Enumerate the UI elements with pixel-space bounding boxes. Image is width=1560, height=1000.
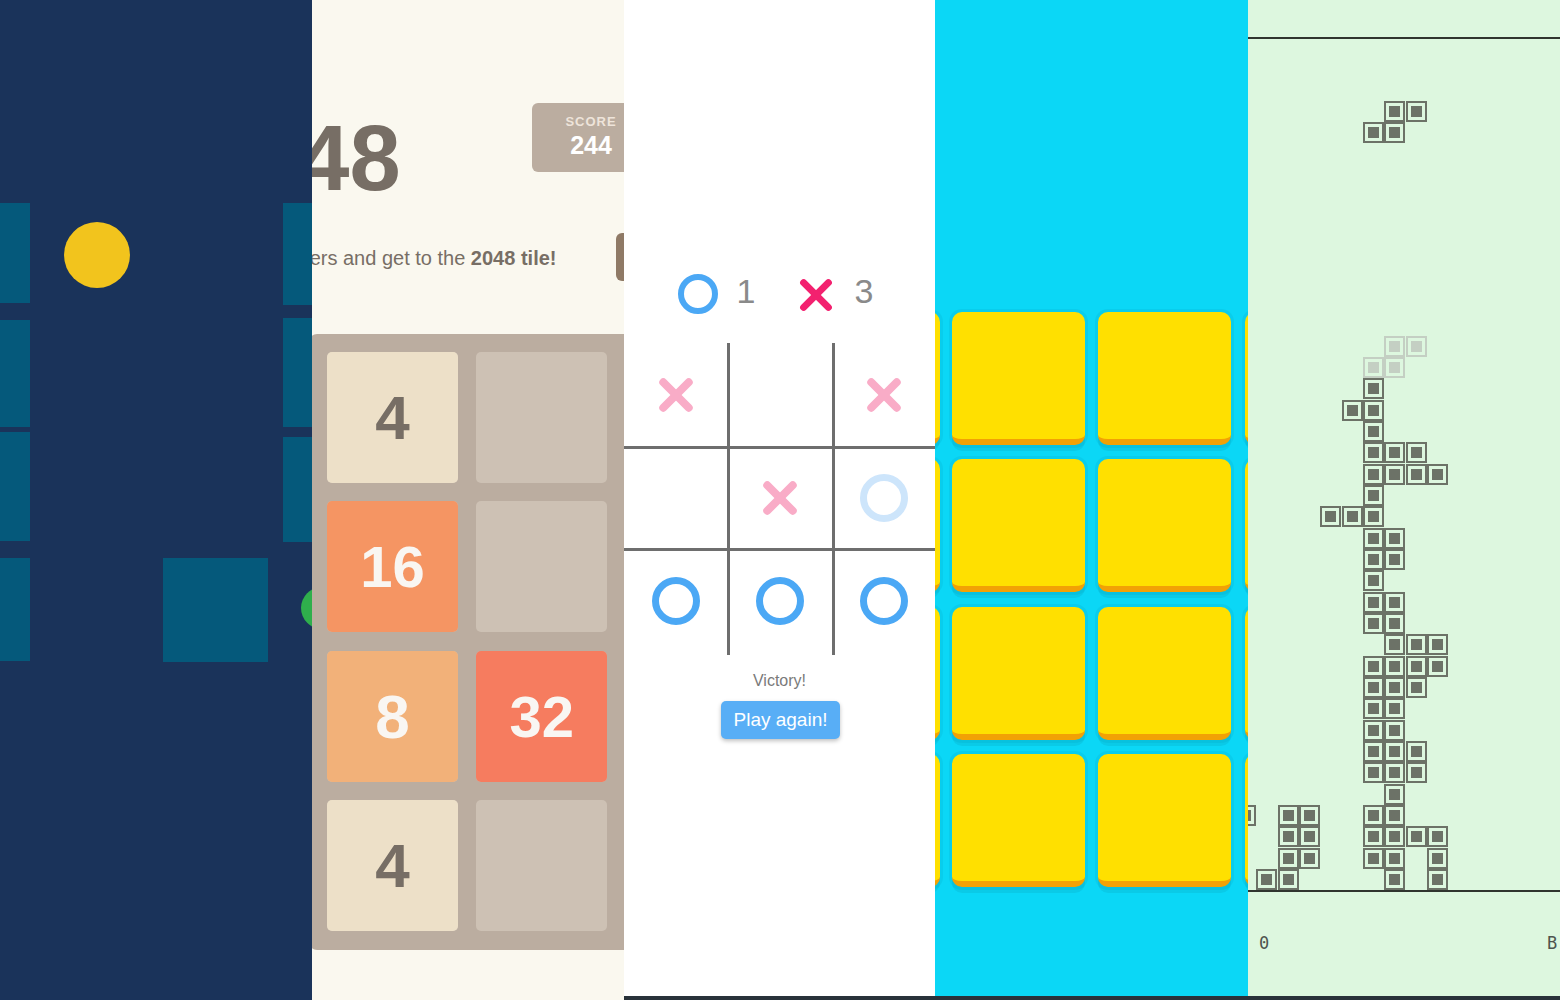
tetris-score: 0 — [1259, 933, 1269, 953]
stack-cell-23 — [1384, 613, 1405, 634]
card-r1c0[interactable] — [935, 459, 940, 592]
stack-cell-51 — [1299, 826, 1320, 847]
ghost-piece-cell-2 — [1363, 357, 1384, 378]
stack-cell-9 — [1406, 464, 1427, 485]
card-r3c1[interactable] — [952, 754, 1085, 887]
stack-cell-55 — [1427, 826, 1448, 847]
playfield-top-line — [1248, 37, 1560, 39]
empty-cell-r3c1 — [476, 800, 607, 931]
card-r1c2[interactable] — [1098, 459, 1231, 592]
x-score-icon — [798, 277, 834, 313]
bottom-bar — [935, 996, 1248, 1000]
stack-cell-28 — [1384, 656, 1405, 677]
tile-8-r2c0: 8 — [327, 651, 458, 782]
stack-cell-29 — [1406, 656, 1427, 677]
falling-piece-cell-1 — [1406, 101, 1427, 122]
mark-o-r2c0 — [652, 577, 700, 625]
panel-tetris: 0 B — [1248, 0, 1560, 1000]
stack-cell-41 — [1363, 762, 1384, 783]
2048-tagline: Join the numbers and get to the 2048 til… — [312, 247, 556, 270]
card-r2c0[interactable] — [935, 607, 940, 740]
stack-cell-14 — [1363, 506, 1384, 527]
2048-score-box: SCORE 244 — [532, 103, 624, 172]
right-wall-2 — [283, 318, 312, 427]
stack-cell-37 — [1384, 720, 1405, 741]
stack-cell-33 — [1406, 677, 1427, 698]
left-wall-4 — [0, 558, 30, 661]
stack-cell-46 — [1278, 805, 1299, 826]
bottom-bar — [1248, 996, 1560, 1000]
stack-cell-44 — [1384, 784, 1405, 805]
stack-cell-60 — [1427, 848, 1448, 869]
stack-cell-3 — [1363, 421, 1384, 442]
stack-cell-50 — [1278, 826, 1299, 847]
tile-4-r3c0: 4 — [327, 800, 458, 931]
ttt-cell-r0c1[interactable] — [730, 345, 830, 445]
stack-cell-32 — [1384, 677, 1405, 698]
yellow-ball — [64, 222, 130, 288]
stack-cell-7 — [1363, 464, 1384, 485]
left-wall-3 — [0, 432, 30, 541]
left-wall-1 — [0, 203, 30, 303]
panel-arcade-game — [0, 0, 312, 1000]
stack-cell-52 — [1363, 826, 1384, 847]
stack-cell-1 — [1342, 400, 1363, 421]
stack-cell-58 — [1363, 848, 1384, 869]
falling-piece-cell-3 — [1384, 122, 1405, 143]
mark-x-r0c2 — [864, 375, 904, 415]
stack-cell-17 — [1363, 549, 1384, 570]
stack-cell-8 — [1384, 464, 1405, 485]
mark-x-r0c0 — [656, 375, 696, 415]
card-r1c1[interactable] — [952, 459, 1085, 592]
stack-cell-61 — [1256, 869, 1277, 890]
panel-tictactoe: 1 3 Victory! Play again! — [624, 0, 935, 1000]
card-r0c1[interactable] — [952, 312, 1085, 445]
bottom-bar — [624, 996, 935, 1000]
game-collage: 2048 SCORE 244 Join the numbers and get … — [0, 0, 1560, 1000]
stack-cell-59 — [1384, 848, 1405, 869]
stack-cell-40 — [1406, 741, 1427, 762]
mark-o-r2c2 — [860, 577, 908, 625]
ghost-piece-cell-0 — [1384, 336, 1405, 357]
stack-cell-21 — [1384, 592, 1405, 613]
stack-cell-15 — [1363, 528, 1384, 549]
stack-cell-35 — [1384, 698, 1405, 719]
stack-cell-54 — [1406, 826, 1427, 847]
stack-cell-26 — [1427, 634, 1448, 655]
card-r2c2[interactable] — [1098, 607, 1231, 740]
stack-cell-10 — [1427, 464, 1448, 485]
stack-cell-13 — [1342, 506, 1363, 527]
stack-cell-19 — [1363, 570, 1384, 591]
tagline-text: Join the numbers and get to the — [312, 247, 471, 269]
ghost-piece-cell-3 — [1384, 357, 1405, 378]
mark-x-r1c1 — [760, 478, 800, 518]
stack-cell-36 — [1363, 720, 1384, 741]
stack-cell-47 — [1299, 805, 1320, 826]
stack-cell-20 — [1363, 592, 1384, 613]
stack-cell-53 — [1384, 826, 1405, 847]
stack-cell-45 — [1248, 805, 1256, 826]
stack-cell-24 — [1384, 634, 1405, 655]
stack-cell-12 — [1320, 506, 1341, 527]
stack-cell-63 — [1384, 869, 1405, 890]
ttt-cell-r1c0[interactable] — [626, 448, 726, 548]
stack-cell-62 — [1278, 869, 1299, 890]
stack-cell-5 — [1384, 442, 1405, 463]
2048-score-value: 244 — [532, 131, 624, 160]
new-game-button[interactable] — [616, 233, 624, 281]
empty-cell-r0c1 — [476, 352, 607, 483]
stack-cell-31 — [1363, 677, 1384, 698]
stack-cell-22 — [1363, 613, 1384, 634]
card-r0c2[interactable] — [1098, 312, 1231, 445]
ghost-piece-cell-1 — [1406, 336, 1427, 357]
stack-cell-4 — [1363, 442, 1384, 463]
stack-cell-30 — [1427, 656, 1448, 677]
stack-cell-16 — [1384, 528, 1405, 549]
stack-cell-39 — [1384, 741, 1405, 762]
card-r3c2[interactable] — [1098, 754, 1231, 887]
mark-o-r1c2 — [860, 474, 908, 522]
panel-card-grid — [935, 0, 1248, 1000]
stack-cell-6 — [1406, 442, 1427, 463]
right-wall-1 — [283, 203, 312, 305]
stack-cell-56 — [1278, 848, 1299, 869]
2048-score-label: SCORE — [532, 114, 624, 129]
left-wall-2 — [0, 320, 30, 427]
stack-cell-27 — [1363, 656, 1384, 677]
o-score-value: 1 — [724, 272, 768, 311]
stack-cell-11 — [1363, 485, 1384, 506]
tile-32-r2c1: 32 — [476, 651, 607, 782]
panel-2048: 2048 SCORE 244 Join the numbers and get … — [312, 0, 624, 1000]
tile-4-r0c0: 4 — [327, 352, 458, 483]
stack-cell-64 — [1427, 869, 1448, 890]
victory-message: Victory! — [624, 672, 935, 690]
o-score-icon — [678, 274, 718, 314]
teal-block — [163, 558, 268, 662]
card-r3c0[interactable] — [935, 754, 940, 887]
playfield-floor-line — [1248, 890, 1560, 892]
stack-cell-34 — [1363, 698, 1384, 719]
tagline-bold-text: 2048 tile! — [471, 247, 557, 269]
stack-cell-43 — [1406, 762, 1427, 783]
stack-cell-49 — [1384, 805, 1405, 826]
falling-piece-cell-2 — [1363, 122, 1384, 143]
right-wall-3 — [283, 437, 312, 542]
empty-cell-r1c1 — [476, 501, 607, 632]
2048-title: 2048 — [312, 112, 401, 204]
stack-cell-42 — [1384, 762, 1405, 783]
tetris-right-label: B — [1547, 933, 1557, 953]
card-r2c1[interactable] — [952, 607, 1085, 740]
stack-cell-38 — [1363, 741, 1384, 762]
stack-cell-0 — [1363, 378, 1384, 399]
stack-cell-2 — [1363, 400, 1384, 421]
stack-cell-57 — [1299, 848, 1320, 869]
play-again-button[interactable]: Play again! — [721, 701, 840, 739]
falling-piece-cell-0 — [1384, 101, 1405, 122]
tile-16-r1c0: 16 — [327, 501, 458, 632]
mark-o-r2c1 — [756, 577, 804, 625]
card-r0c0[interactable] — [935, 312, 940, 445]
2048-board: 4168324 — [312, 334, 624, 950]
stack-cell-48 — [1363, 805, 1384, 826]
green-ball — [301, 587, 312, 629]
stack-cell-25 — [1406, 634, 1427, 655]
x-score-value: 3 — [842, 272, 886, 311]
stack-cell-18 — [1384, 549, 1405, 570]
